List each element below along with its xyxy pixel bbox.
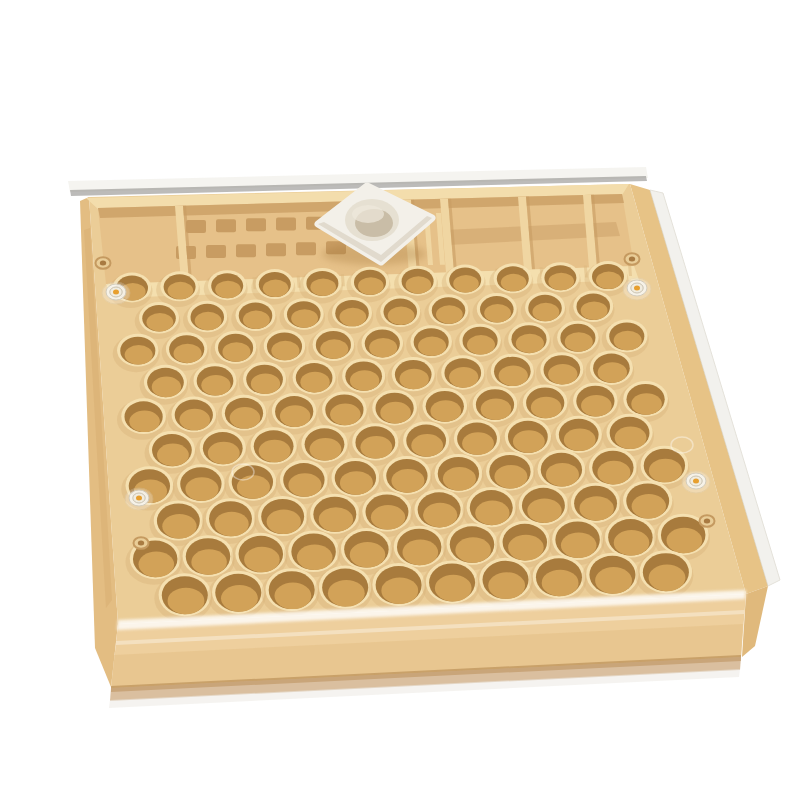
trough-slot xyxy=(246,218,266,231)
small-ring-hole xyxy=(700,515,715,527)
product-photo xyxy=(0,0,800,800)
small-ring-hole xyxy=(96,257,111,269)
small-ring-hole xyxy=(134,537,149,549)
trough-slot xyxy=(266,243,286,256)
clear-stud xyxy=(682,471,710,493)
clear-stud xyxy=(125,488,153,510)
clear-stud xyxy=(623,278,651,300)
trough-slot xyxy=(276,217,296,230)
trough-slot xyxy=(296,242,316,255)
trough-slot xyxy=(206,245,226,258)
small-ring-hole xyxy=(625,253,640,265)
fixture-hole-highlight xyxy=(352,205,384,223)
trough-slot xyxy=(236,244,256,257)
clear-stud xyxy=(102,282,130,304)
trough-slot xyxy=(186,220,206,233)
trough-slot xyxy=(216,219,236,232)
